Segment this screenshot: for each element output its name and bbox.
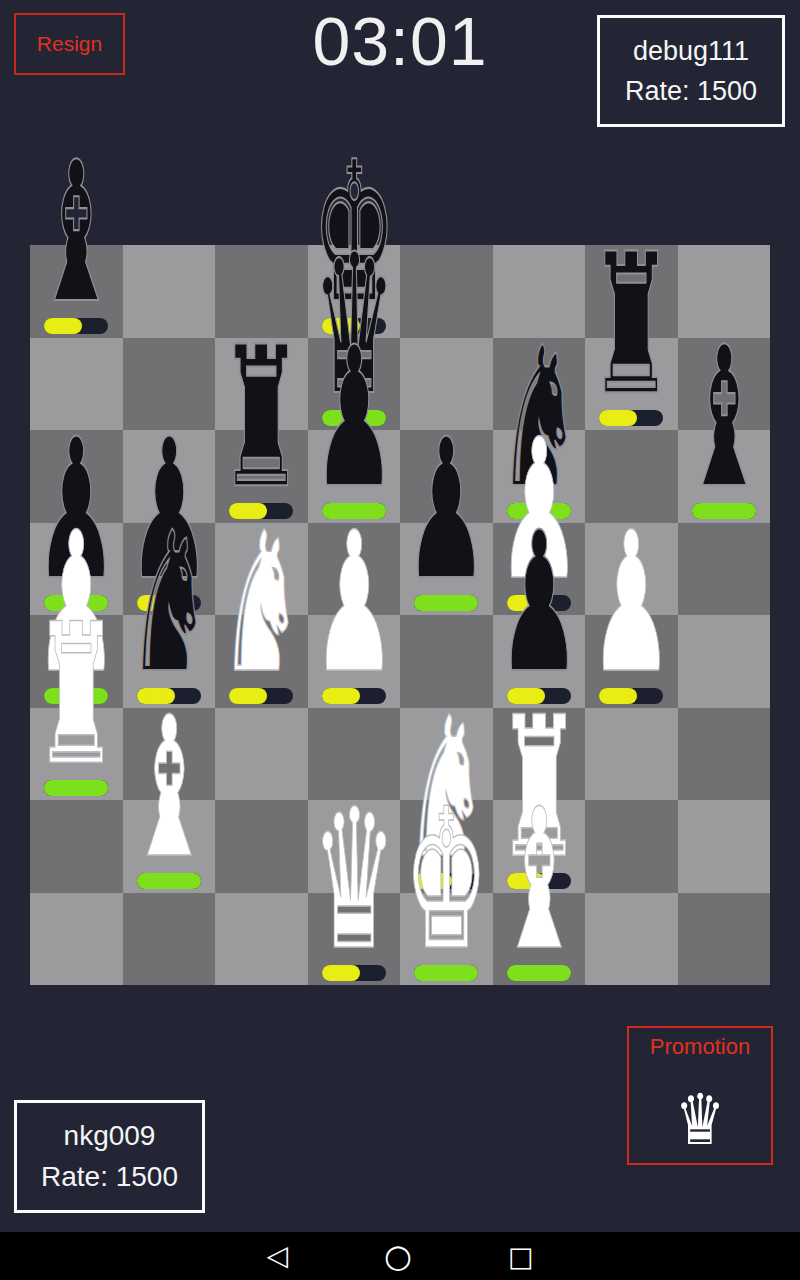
square-h5[interactable]: [678, 523, 771, 616]
white-pawn-d4[interactable]: ♟: [308, 615, 401, 708]
player-name: nkg009: [17, 1120, 202, 1152]
piece-status-bar: [44, 318, 108, 334]
piece-status-bar: [137, 873, 201, 889]
piece-status-bar: [599, 410, 663, 426]
white-pawn-g4[interactable]: ♟: [585, 615, 678, 708]
player-rating: Rate: 1500: [17, 1161, 202, 1193]
piece-status-fill-yellow: [322, 688, 360, 704]
piece-status-bar: [507, 965, 571, 981]
piece-status-fill-lime: [137, 873, 201, 889]
black-pawn-icon: ♟: [404, 413, 489, 607]
black-bishop-icon: ♝: [34, 136, 119, 330]
opponent-rating: Rate: 1500: [600, 76, 782, 107]
piece-status-fill-yellow: [599, 410, 637, 426]
white-bishop-icon: ♝: [496, 783, 581, 977]
android-navbar: ◁ ○ □: [0, 1232, 800, 1280]
promotion-queen-icon[interactable]: ♛: [629, 1085, 771, 1155]
promotion-panel[interactable]: Promotion ♛: [627, 1026, 773, 1165]
black-pawn-icon: ♟: [311, 321, 396, 515]
white-bishop-icon: ♝: [126, 691, 211, 885]
white-bishop-b2[interactable]: ♝: [123, 800, 216, 893]
white-knight-icon: ♞: [219, 506, 304, 700]
square-a1[interactable]: [30, 893, 123, 986]
white-pawn-icon: ♟: [311, 506, 396, 700]
white-knight-c4[interactable]: ♞: [215, 615, 308, 708]
square-h4[interactable]: [678, 615, 771, 708]
black-bishop-a8[interactable]: ♝: [30, 245, 123, 338]
piece-status-fill-yellow: [44, 318, 82, 334]
square-h3[interactable]: [678, 708, 771, 801]
white-rook-icon: ♜: [34, 598, 119, 792]
piece-status-bar: [44, 780, 108, 796]
piece-status-bar: [692, 503, 756, 519]
piece-status-fill-lime: [692, 503, 756, 519]
recents-icon[interactable]: □: [508, 1243, 534, 1270]
square-g2[interactable]: [585, 800, 678, 893]
black-rook-icon: ♜: [219, 321, 304, 515]
player-info-box: nkg009 Rate: 1500: [14, 1100, 205, 1213]
piece-status-fill-lime: [414, 965, 478, 981]
black-rook-g7[interactable]: ♜: [585, 338, 678, 431]
piece-status-bar: [414, 965, 478, 981]
opponent-info-box: debug111 Rate: 1500: [597, 15, 785, 127]
square-b8[interactable]: [123, 245, 216, 338]
board[interactable]: ♝♚♛♜♜♟♞♝♟♟♟♟♟♞♞♟♟♟♜♝♞♜♛♚♝: [30, 245, 770, 985]
back-icon[interactable]: ◁: [267, 1242, 289, 1270]
black-bishop-h6[interactable]: ♝: [678, 430, 771, 523]
piece-status-bar: [414, 595, 478, 611]
piece-status-bar: [322, 965, 386, 981]
piece-status-fill-yellow: [599, 688, 637, 704]
piece-status-bar: [599, 688, 663, 704]
square-a2[interactable]: [30, 800, 123, 893]
white-queen-icon: ♛: [311, 783, 396, 977]
square-h2[interactable]: [678, 800, 771, 893]
square-g1[interactable]: [585, 893, 678, 986]
piece-status-fill-lime: [414, 595, 478, 611]
square-c2[interactable]: [215, 800, 308, 893]
white-rook-a3[interactable]: ♜: [30, 708, 123, 801]
square-h1[interactable]: [678, 893, 771, 986]
black-pawn-icon: ♟: [496, 506, 581, 700]
opponent-name: debug111: [600, 36, 782, 67]
square-e8[interactable]: [400, 245, 493, 338]
piece-status-bar: [229, 688, 293, 704]
promotion-label: Promotion: [629, 1034, 771, 1060]
square-b1[interactable]: [123, 893, 216, 986]
square-c1[interactable]: [215, 893, 308, 986]
piece-status-fill-yellow: [229, 688, 267, 704]
black-rook-icon: ♜: [589, 228, 674, 422]
black-pawn-e5[interactable]: ♟: [400, 523, 493, 616]
square-g3[interactable]: [585, 708, 678, 801]
black-bishop-icon: ♝: [681, 321, 766, 515]
piece-status-fill-yellow: [322, 965, 360, 981]
home-icon[interactable]: ○: [384, 1240, 412, 1272]
white-pawn-icon: ♟: [589, 506, 674, 700]
white-bishop-f1[interactable]: ♝: [493, 893, 586, 986]
white-king-icon: ♚: [404, 783, 489, 977]
white-queen-d1[interactable]: ♛: [308, 893, 401, 986]
piece-status-fill-lime: [507, 965, 571, 981]
piece-status-fill-lime: [44, 780, 108, 796]
piece-status-bar: [322, 688, 386, 704]
square-c3[interactable]: [215, 708, 308, 801]
black-knight-icon: ♞: [126, 506, 211, 700]
white-king-e1[interactable]: ♚: [400, 893, 493, 986]
